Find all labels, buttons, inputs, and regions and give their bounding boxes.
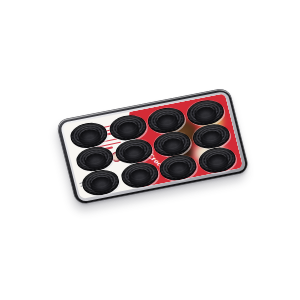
product-photo-canvas: Betty Crocker Betty Crocker	[0, 0, 300, 300]
cup-grid	[67, 97, 239, 197]
muffin-pan: Betty Crocker Betty Crocker	[56, 88, 249, 205]
